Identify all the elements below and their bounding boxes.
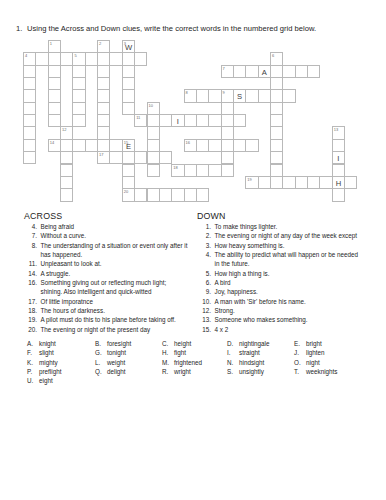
word-bank-item-B: B.foresight — [95, 339, 162, 348]
grid-cell-r0c8[interactable]: 3W — [122, 40, 135, 53]
grid-cell-r6c12[interactable]: I — [171, 114, 184, 127]
clue-text: Without a curve. — [41, 231, 205, 240]
grid-cell-r5c2[interactable] — [48, 102, 61, 115]
down-clue-list: 1.To make things lighter.2.The evening o… — [194, 222, 385, 334]
grid-cell-r4c14[interactable] — [196, 89, 209, 102]
grid-cell-r9c7[interactable] — [109, 151, 122, 164]
grid-cell-r1c5[interactable] — [85, 52, 98, 65]
prefilled-letter: H — [333, 177, 344, 188]
word-bank-item-G: G.tonight — [95, 348, 162, 357]
grid-cell-r5c0[interactable] — [23, 102, 36, 115]
clue-number: 4. — [194, 250, 211, 269]
grid-cell-r6c10[interactable] — [147, 114, 160, 127]
word-bank-word: unsightly — [239, 367, 264, 376]
grid-cell-r10c14[interactable] — [196, 164, 209, 177]
worksheet-instruction: 1. Using the Across and Down clues, writ… — [16, 24, 316, 33]
word-bank-item-T: T.weeknights — [294, 367, 378, 376]
word-bank-key: H. — [162, 348, 170, 357]
word-bank-key: E. — [294, 339, 302, 348]
cell-number: 19 — [247, 177, 251, 182]
grid-cell-r10c12[interactable]: 18 — [171, 164, 184, 177]
word-bank-item-H: H.fight — [162, 348, 227, 357]
grid-cell-r3c8[interactable] — [122, 77, 135, 90]
down-clue-12: 12.Strong. — [194, 306, 385, 315]
down-clue-2: 2.The evening or night of any day of the… — [194, 231, 385, 240]
grid-cell-r11c26[interactable] — [344, 176, 357, 189]
grid-cell-r7c20[interactable] — [270, 126, 283, 139]
grid-cell-r8c17[interactable] — [233, 139, 246, 152]
clue-text: The evening or night of any day of the w… — [215, 231, 385, 240]
grid-cell-r1c8[interactable] — [122, 52, 135, 65]
grid-cell-r12c11[interactable] — [159, 188, 172, 201]
grid-cell-r11c24[interactable] — [319, 176, 332, 189]
grid-cell-r11c20[interactable] — [270, 176, 283, 189]
grid-cell-r11c23[interactable] — [307, 176, 320, 189]
clue-text: Unpleasant to look at. — [41, 259, 205, 268]
grid-cell-r12c10[interactable] — [147, 188, 160, 201]
grid-cell-r5c10[interactable]: 10 — [147, 102, 160, 115]
word-bank-word: tonight — [107, 348, 126, 357]
clue-text: To make things lighter. — [215, 222, 385, 231]
grid-cell-r6c13[interactable] — [184, 114, 197, 127]
down-clue-3: 3.How heavy something is. — [194, 241, 385, 250]
clue-number: 14. — [20, 269, 37, 278]
down-clue-1: 1.To make things lighter. — [194, 222, 385, 231]
grid-cell-r9c11[interactable] — [159, 151, 172, 164]
word-bank-word: wright — [174, 367, 191, 376]
across-clue-19: 19.A pilot must do this to his plane bef… — [20, 315, 205, 324]
grid-cell-r0c6[interactable]: 2 — [97, 40, 110, 53]
down-clue-10: 10.A man with 'Sir' before his name. — [194, 297, 385, 306]
grid-cell-r2c22[interactable] — [295, 65, 308, 78]
down-clue-9: 9.Joy, happiness. — [194, 287, 385, 296]
grid-cell-r8c8[interactable]: 15E — [122, 139, 135, 152]
grid-cell-r12c14[interactable] — [196, 188, 209, 201]
grid-cell-r8c18[interactable] — [245, 139, 258, 152]
word-bank-key: F. — [27, 348, 35, 357]
cell-number: 10 — [149, 103, 153, 108]
word-bank-key: B. — [95, 339, 103, 348]
cell-number: 16 — [186, 140, 190, 145]
grid-cell-r8c2[interactable]: 14 — [48, 139, 61, 152]
word-bank-item-I: I.straight — [227, 348, 294, 357]
grid-cell-r10c15[interactable] — [208, 164, 221, 177]
word-bank-word: knight — [39, 339, 56, 348]
grid-cell-r2c6[interactable] — [97, 65, 110, 78]
cell-number: 8 — [186, 90, 188, 95]
cell-number: 20 — [124, 189, 128, 194]
grid-cell-r2c4[interactable] — [72, 65, 85, 78]
grid-cell-r5c4[interactable] — [72, 102, 85, 115]
word-bank-key: N. — [227, 358, 235, 367]
grid-cell-r8c20[interactable] — [270, 139, 283, 152]
word-bank-word: weeknights — [306, 367, 338, 376]
word-bank-item-P: P.preflight — [27, 367, 95, 376]
word-bank-key: Q. — [95, 367, 103, 376]
word-bank-word: nightingale — [239, 339, 269, 348]
grid-cell-r2c8[interactable] — [122, 65, 135, 78]
cell-number: 9 — [223, 90, 225, 95]
grid-cell-r9c6[interactable]: 17 — [97, 151, 110, 164]
word-bank-word: lighten — [306, 348, 325, 357]
word-bank-key: I. — [227, 348, 235, 357]
grid-cell-r6c4[interactable] — [72, 114, 85, 127]
grid-cell-r8c15[interactable] — [208, 139, 221, 152]
down-clue-13: 13.Someone who makes something. — [194, 315, 385, 324]
grid-cell-r4c0[interactable] — [23, 89, 36, 102]
grid-cell-r8c0[interactable] — [23, 139, 36, 152]
grid-cell-r1c0[interactable]: 4 — [23, 52, 36, 65]
grid-cell-r10c13[interactable] — [184, 164, 197, 177]
clue-number: 6. — [194, 278, 211, 287]
grid-cell-r11c8[interactable] — [122, 176, 135, 189]
grid-cell-r12c12[interactable] — [171, 188, 184, 201]
cell-number: 11 — [136, 115, 140, 120]
clue-text: A pilot must do this to his plane before… — [41, 315, 205, 324]
word-bank-item-O: O.night — [294, 358, 378, 367]
grid-cell-r1c20[interactable]: 6 — [270, 52, 283, 65]
grid-cell-r9c10[interactable] — [147, 151, 160, 164]
grid-cell-r3c20[interactable] — [270, 77, 283, 90]
cell-number: 6 — [272, 53, 274, 58]
word-bank-item-R: R.wright — [162, 367, 227, 376]
clue-number: 19. — [20, 315, 37, 324]
down-clue-15: 15.4 x 2 — [194, 325, 385, 334]
grid-cell-r1c3[interactable] — [60, 52, 73, 65]
prefilled-letter: S — [234, 90, 245, 101]
clue-text: Someone who makes something. — [215, 315, 385, 324]
word-bank-item-K: K.mighty — [27, 358, 95, 367]
grid-cell-r11c25[interactable]: H — [332, 176, 345, 189]
grid-cell-r8c10[interactable] — [147, 139, 160, 152]
grid-cell-r4c6[interactable] — [97, 89, 110, 102]
word-bank-item-E: E.bright — [294, 339, 378, 348]
grid-cell-r1c4[interactable]: 5 — [72, 52, 85, 65]
grid-cell-r5c16[interactable] — [221, 102, 234, 115]
across-clue-16: 16.Something giving out or reflecting mu… — [20, 278, 205, 297]
grid-cell-r1c9[interactable] — [134, 52, 147, 65]
prefilled-letter: I — [333, 152, 344, 163]
word-bank-item-M: M.frightened — [162, 358, 227, 367]
clue-text: The hours of darkness. — [41, 306, 205, 315]
grid-cell-r7c0[interactable] — [23, 126, 36, 139]
grid-cell-r6c11[interactable] — [159, 114, 172, 127]
grid-cell-r6c9[interactable]: 11 — [134, 114, 147, 127]
grid-cell-r4c13[interactable]: 8 — [184, 89, 197, 102]
grid-cell-r7c3[interactable]: 12 — [60, 126, 73, 139]
grid-cell-r10c25[interactable] — [332, 164, 345, 177]
down-clue-4: 4.The ability to predict what will happe… — [194, 250, 385, 269]
across-clue-17: 17.Of little imporatnce — [20, 297, 205, 306]
grid-cell-r2c20[interactable] — [270, 65, 283, 78]
across-clue-4: 4.Being afraid — [20, 222, 205, 231]
clue-text: The evening or night of the present day — [41, 325, 205, 334]
clue-number: 9. — [194, 287, 211, 296]
grid-cell-r11c21[interactable] — [282, 176, 295, 189]
clue-number: 5. — [194, 269, 211, 278]
word-bank-key: S. — [227, 367, 235, 376]
grid-cell-r3c0[interactable] — [23, 77, 36, 90]
grid-cell-r4c19[interactable] — [258, 89, 271, 102]
grid-cell-r4c15[interactable] — [208, 89, 221, 102]
grid-cell-r2c16[interactable]: 7 — [221, 65, 234, 78]
clue-text: The understanding of a situation or even… — [41, 241, 205, 260]
across-clue-list: 4.Being afraid7.Without a curve.8.The un… — [20, 222, 205, 334]
word-bank-word: weight — [107, 358, 125, 367]
word-bank-key: U. — [27, 376, 35, 385]
clue-number: 15. — [194, 325, 211, 334]
word-bank-item-Q: Q.delight — [95, 367, 162, 376]
grid-cell-r8c5[interactable] — [85, 139, 98, 152]
grid-cell-r1c6[interactable] — [97, 52, 110, 65]
down-heading: DOWN — [197, 211, 226, 221]
clue-text: How high a thing is. — [215, 269, 385, 278]
word-bank-key: T. — [294, 367, 302, 376]
word-bank-key: D. — [227, 339, 235, 348]
grid-cell-r8c25[interactable] — [332, 139, 345, 152]
grid-cell-r9c25[interactable]: I — [332, 151, 345, 164]
clue-text: A bird — [215, 278, 385, 287]
grid-cell-r10c8[interactable] — [122, 164, 135, 177]
grid-cell-r11c22[interactable] — [295, 176, 308, 189]
grid-cell-r11c18[interactable]: 19 — [245, 176, 258, 189]
grid-cell-r8c6[interactable] — [97, 139, 110, 152]
down-clue-6: 6.A bird — [194, 278, 385, 287]
grid-cell-r4c16[interactable]: 9 — [221, 89, 234, 102]
grid-cell-r10c20[interactable] — [270, 164, 283, 177]
word-bank-word: delight — [107, 367, 126, 376]
instruction-number: 1. — [16, 24, 25, 33]
clue-number: 18. — [20, 306, 37, 315]
word-bank-item-D: D.nightingale — [227, 339, 294, 348]
word-bank-word: foresight — [107, 339, 131, 348]
grid-cell-r12c3[interactable] — [60, 188, 73, 201]
word-bank-item-F: F.slight — [27, 348, 95, 357]
prefilled-letter: I — [172, 115, 183, 126]
word-bank-key: L. — [95, 358, 103, 367]
grid-cell-r6c14[interactable] — [196, 114, 209, 127]
word-bank-item-S: S.unsightly — [227, 367, 294, 376]
grid-cell-r4c17[interactable]: S — [233, 89, 246, 102]
grid-cell-r7c6[interactable] — [97, 126, 110, 139]
clue-number: 3. — [194, 241, 211, 250]
grid-cell-r6c15[interactable] — [208, 114, 221, 127]
across-clue-7: 7.Without a curve. — [20, 231, 205, 240]
cell-number: 17 — [99, 152, 103, 157]
cell-number: 7 — [223, 66, 225, 71]
grid-cell-r9c3[interactable] — [60, 151, 73, 164]
grid-cell-r8c4[interactable] — [72, 139, 85, 152]
grid-cell-r6c20[interactable] — [270, 114, 283, 127]
word-bank-item-C: C.height — [162, 339, 227, 348]
grid-cell-r1c1[interactable] — [35, 52, 48, 65]
prefilled-letter: W — [123, 41, 134, 52]
grid-cell-r0c2[interactable]: 1 — [48, 40, 61, 53]
word-bank-key: R. — [162, 367, 170, 376]
grid-cell-r9c8[interactable] — [122, 151, 135, 164]
clue-number: 4. — [20, 222, 37, 231]
grid-cell-r2c18[interactable] — [245, 65, 258, 78]
clue-text: A man with 'Sir' before his name. — [215, 297, 385, 306]
grid-cell-r6c0[interactable] — [23, 114, 36, 127]
cell-number: 18 — [173, 165, 177, 170]
across-clue-20: 20.The evening or night of the present d… — [20, 325, 205, 334]
across-clue-11: 11.Unpleasant to look at. — [20, 259, 205, 268]
grid-cell-r11c19[interactable] — [258, 176, 271, 189]
grid-cell-r12c13[interactable] — [184, 188, 197, 201]
across-clue-8: 8.The understanding of a situation or ev… — [20, 241, 205, 260]
grid-cell-r2c19[interactable]: A — [258, 65, 271, 78]
word-bank-word: eight — [39, 376, 53, 385]
grid-cell-r10c16[interactable] — [221, 164, 234, 177]
cell-number: 5 — [74, 53, 76, 58]
grid-cell-r3c4[interactable] — [72, 77, 85, 90]
word-bank-item-A: A.knight — [27, 339, 95, 348]
grid-cell-r9c20[interactable] — [270, 151, 283, 164]
grid-cell-r10c3[interactable] — [60, 164, 73, 177]
grid-cell-r2c23[interactable] — [307, 65, 320, 78]
grid-cell-r4c18[interactable] — [245, 89, 258, 102]
word-bank-word: straight — [239, 348, 260, 357]
word-bank-key: J. — [294, 348, 302, 357]
grid-cell-r8c7[interactable] — [109, 139, 122, 152]
clue-text: The ability to predict what will happen … — [215, 250, 385, 269]
word-bank-word: hindsight — [239, 358, 264, 367]
across-clue-14: 14.A struggle. — [20, 269, 205, 278]
grid-cell-r9c0[interactable] — [23, 151, 36, 164]
clue-number: 7. — [20, 231, 37, 240]
clue-text: Joy, happiness. — [215, 287, 385, 296]
grid-cell-r7c25[interactable]: 13 — [332, 126, 345, 139]
clue-number: 1. — [194, 222, 211, 231]
grid-cell-r6c16[interactable] — [221, 114, 234, 127]
clue-text: Strong. — [215, 306, 385, 315]
word-bank-key: M. — [162, 358, 170, 367]
word-bank: A.knightB.foresightC.heightD.nightingale… — [27, 339, 378, 386]
grid-cell-r12c25[interactable] — [332, 188, 345, 201]
clue-number: 12. — [194, 306, 211, 315]
grid-cell-r11c3[interactable] — [60, 176, 73, 189]
grid-cell-r4c4[interactable] — [72, 89, 85, 102]
word-bank-item-U: U.eight — [27, 376, 95, 385]
grid-cell-r3c2[interactable] — [48, 77, 61, 90]
grid-cell-r8c14[interactable] — [196, 139, 209, 152]
clue-text: A struggle. — [41, 269, 205, 278]
grid-cell-r2c2[interactable] — [48, 65, 61, 78]
clue-number: 11. — [20, 259, 37, 268]
word-bank-key: G. — [95, 348, 103, 357]
clue-number: 2. — [194, 231, 211, 240]
grid-cell-r12c9[interactable] — [134, 188, 147, 201]
grid-cell-r6c17[interactable] — [233, 114, 246, 127]
clue-text: Being afraid — [41, 222, 205, 231]
grid-cell-r5c8[interactable] — [122, 102, 135, 115]
grid-cell-r7c10[interactable] — [147, 126, 160, 139]
word-bank-key: K. — [27, 358, 35, 367]
grid-cell-r10c10[interactable] — [147, 164, 160, 177]
word-bank-word: slight — [39, 348, 54, 357]
word-bank-key: C. — [162, 339, 170, 348]
across-heading: ACROSS — [24, 211, 62, 221]
prefilled-letter: A — [259, 66, 270, 77]
grid-cell-r4c2[interactable] — [48, 89, 61, 102]
word-bank-word: fight — [174, 348, 186, 357]
grid-cell-r4c8[interactable] — [122, 89, 135, 102]
cell-number: 2 — [99, 41, 101, 46]
cell-number: 12 — [62, 127, 66, 132]
clue-number: 10. — [194, 297, 211, 306]
prefilled-letter: E — [123, 140, 134, 151]
across-clue-18: 18.The hours of darkness. — [20, 306, 205, 315]
grid-cell-r12c8[interactable]: 20 — [122, 188, 135, 201]
down-clue-5: 5.How high a thing is. — [194, 269, 385, 278]
word-bank-word: mighty — [39, 358, 58, 367]
grid-cell-r1c7[interactable] — [109, 52, 122, 65]
word-bank-word: preflight — [39, 367, 61, 376]
word-bank-item-J: J.lighten — [294, 348, 378, 357]
word-bank-item-N: N.hindsight — [227, 358, 294, 367]
word-bank-word: night — [306, 358, 320, 367]
word-bank-key: A. — [27, 339, 35, 348]
grid-cell-r1c2[interactable] — [48, 52, 61, 65]
grid-cell-r6c2[interactable] — [48, 114, 61, 127]
word-bank-item-L: L.weight — [95, 358, 162, 367]
clue-number: 17. — [20, 297, 37, 306]
cell-number: 4 — [25, 53, 27, 58]
cell-number: 14 — [50, 140, 54, 145]
grid-cell-r2c21[interactable] — [282, 65, 295, 78]
grid-cell-r8c16[interactable] — [221, 139, 234, 152]
word-bank-key: P. — [27, 367, 35, 376]
grid-cell-r4c21[interactable] — [282, 89, 295, 102]
word-bank-word: frightened — [174, 358, 202, 367]
grid-cell-r5c6[interactable] — [97, 102, 110, 115]
grid-cell-r9c16[interactable] — [221, 151, 234, 164]
grid-cell-r2c17[interactable] — [233, 65, 246, 78]
instruction-text: Using the Across and Down clues, write t… — [27, 24, 316, 33]
clue-text: Something giving out or reflecting much … — [41, 278, 205, 297]
grid-cell-r3c6[interactable] — [97, 77, 110, 90]
grid-cell-r8c3[interactable] — [60, 139, 73, 152]
grid-cell-r4c20[interactable] — [270, 89, 283, 102]
grid-cell-r2c0[interactable] — [23, 65, 36, 78]
clue-number: 13. — [194, 315, 211, 324]
word-bank-word: height — [174, 339, 191, 348]
clue-text: Of little imporatnce — [41, 297, 205, 306]
cell-number: 1 — [50, 41, 52, 46]
grid-cell-r5c20[interactable] — [270, 102, 283, 115]
crossword-grid: 123W4567A89S1011I12131415E1617I1819H20 — [23, 40, 359, 203]
clue-text: How heavy something is. — [215, 241, 385, 250]
cell-number: 13 — [334, 127, 338, 132]
grid-cell-r8c13[interactable]: 16 — [184, 139, 197, 152]
word-bank-word: bright — [306, 339, 322, 348]
grid-cell-r7c16[interactable] — [221, 126, 234, 139]
clue-text: 4 x 2 — [215, 325, 385, 334]
grid-cell-r9c9[interactable] — [134, 151, 147, 164]
word-bank-key: O. — [294, 358, 302, 367]
clue-number: 8. — [20, 241, 37, 260]
clue-number: 20. — [20, 325, 37, 334]
clue-number: 16. — [20, 278, 37, 297]
grid-cell-r6c6[interactable] — [97, 114, 110, 127]
